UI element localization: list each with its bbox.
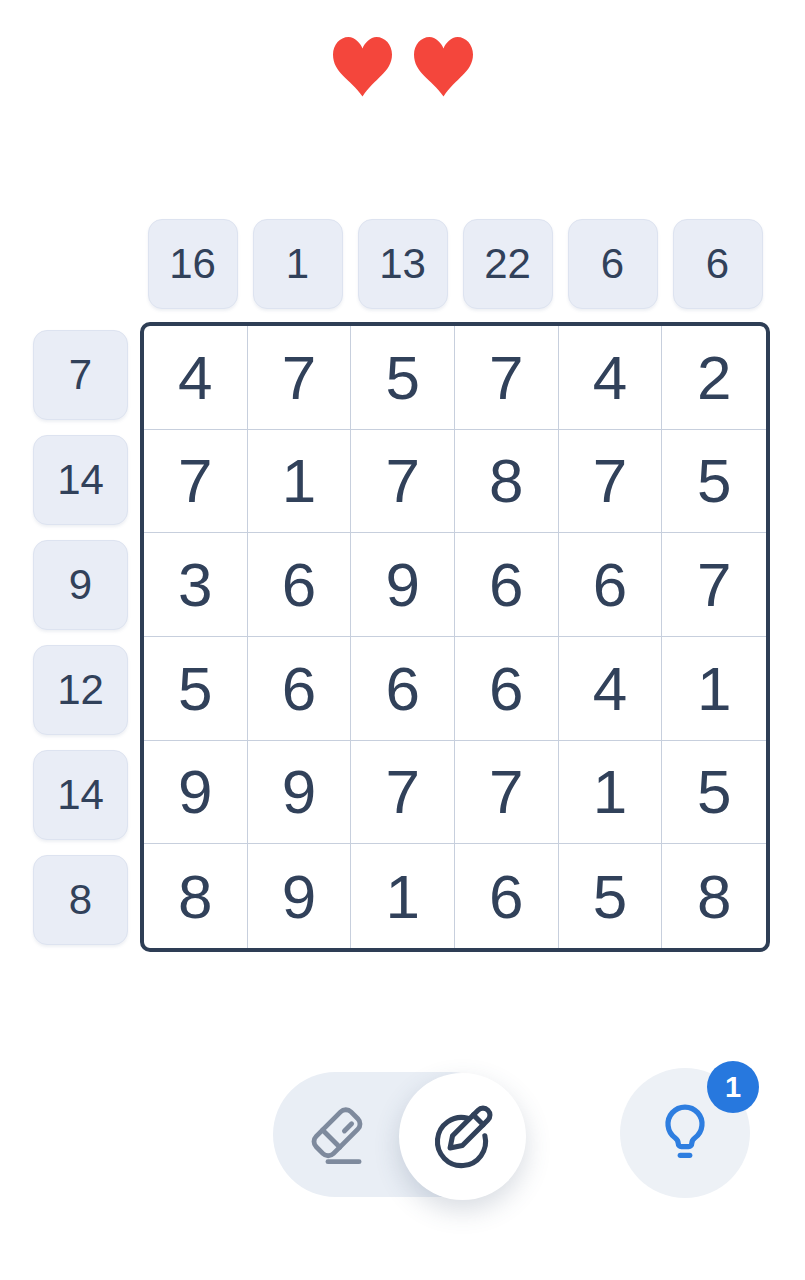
row-clue-3: 9 [33,540,128,630]
cell-r5c3[interactable]: 7 [351,741,455,845]
col-clue-6: 6 [673,219,763,309]
pencil-circle-icon [425,1099,501,1175]
cell-r2c2[interactable]: 1 [248,430,352,534]
cell-r4c6[interactable]: 1 [662,637,766,741]
cell-r3c1[interactable]: 3 [144,533,248,637]
column-clues: 161132266 [140,219,770,309]
cell-r5c1[interactable]: 9 [144,741,248,845]
cell-r2c5[interactable]: 7 [559,430,663,534]
row-clue-6: 8 [33,855,128,945]
row-clue-1: 7 [33,330,128,420]
cell-r3c3[interactable]: 9 [351,533,455,637]
board-grid: 475742717875369667566641997715891658 [140,322,770,952]
cell-r2c1[interactable]: 7 [144,430,248,534]
lightbulb-icon [655,1103,715,1163]
cell-r1c5[interactable]: 4 [559,326,663,430]
cell-r6c5[interactable]: 5 [559,844,663,948]
notes-button[interactable] [399,1073,526,1200]
hint-count-badge: 1 [707,1061,759,1113]
eraser-icon [303,1103,371,1171]
cell-r2c6[interactable]: 5 [662,430,766,534]
heart-icon [333,37,392,97]
cell-r3c4[interactable]: 6 [455,533,559,637]
row-clue-4: 12 [33,645,128,735]
row-clue-2: 14 [33,435,128,525]
heart-icon [414,37,473,97]
cell-r5c6[interactable]: 5 [662,741,766,845]
cell-r6c4[interactable]: 6 [455,844,559,948]
cell-r2c3[interactable]: 7 [351,430,455,534]
cell-r3c6[interactable]: 7 [662,533,766,637]
cell-r1c3[interactable]: 5 [351,326,455,430]
row-clue-5: 14 [33,750,128,840]
cell-r1c1[interactable]: 4 [144,326,248,430]
cell-r4c3[interactable]: 6 [351,637,455,741]
cell-r6c2[interactable]: 9 [248,844,352,948]
cell-r1c4[interactable]: 7 [455,326,559,430]
cell-r2c4[interactable]: 8 [455,430,559,534]
col-clue-5: 6 [568,219,658,309]
cell-r1c2[interactable]: 7 [248,326,352,430]
lives-row [0,37,805,97]
cell-r5c5[interactable]: 1 [559,741,663,845]
eraser-button[interactable] [303,1103,371,1171]
cell-r1c6[interactable]: 2 [662,326,766,430]
cell-r4c4[interactable]: 6 [455,637,559,741]
cell-r6c6[interactable]: 8 [662,844,766,948]
cell-r3c2[interactable]: 6 [248,533,352,637]
cell-r6c1[interactable]: 8 [144,844,248,948]
row-clues: 714912148 [33,322,128,952]
col-clue-4: 22 [463,219,553,309]
col-clue-3: 13 [358,219,448,309]
col-clue-1: 16 [148,219,238,309]
col-clue-2: 1 [253,219,343,309]
cell-r5c4[interactable]: 7 [455,741,559,845]
cell-r4c1[interactable]: 5 [144,637,248,741]
cell-r6c3[interactable]: 1 [351,844,455,948]
cell-r4c2[interactable]: 6 [248,637,352,741]
cell-r3c5[interactable]: 6 [559,533,663,637]
cell-r5c2[interactable]: 9 [248,741,352,845]
cell-r4c5[interactable]: 4 [559,637,663,741]
